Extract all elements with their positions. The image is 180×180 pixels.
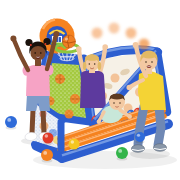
scene-illustration [0,0,180,180]
basketball-on-hoop [63,35,76,48]
product-photo [0,0,180,180]
thrown-ball-motion-blur [92,23,150,50]
